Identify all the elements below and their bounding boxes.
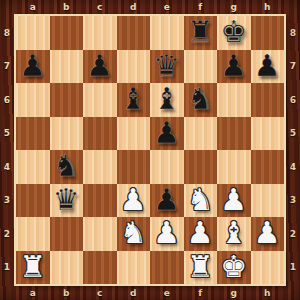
white-bishop[interactable]: ♝: [220, 216, 247, 249]
black-pawn[interactable]: ♟: [153, 183, 180, 216]
file-label-c: c: [83, 0, 117, 14]
square-e2[interactable]: ♟: [150, 217, 184, 251]
square-g7[interactable]: ♟: [217, 50, 251, 84]
square-b8[interactable]: [50, 16, 84, 50]
black-pawn[interactable]: ♟: [86, 49, 113, 82]
black-bishop[interactable]: ♝: [120, 82, 147, 115]
file-label-d: d: [117, 286, 151, 300]
square-h5[interactable]: [251, 117, 285, 151]
black-pawn[interactable]: ♟: [153, 116, 180, 149]
file-label-f: f: [184, 286, 218, 300]
rank-label-4: 4: [286, 150, 300, 184]
file-label-e: e: [150, 286, 184, 300]
file-label-d: d: [117, 0, 151, 14]
square-c3[interactable]: [83, 184, 117, 218]
rank-label-6: 6: [286, 83, 300, 117]
rank-label-3: 3: [0, 184, 14, 218]
square-h8[interactable]: [251, 16, 285, 50]
square-b2[interactable]: [50, 217, 84, 251]
rank-label-1: 1: [0, 251, 14, 285]
square-c2[interactable]: [83, 217, 117, 251]
square-b4[interactable]: ♞: [50, 150, 84, 184]
white-knight[interactable]: ♞: [187, 183, 214, 216]
square-e4[interactable]: [150, 150, 184, 184]
square-c6[interactable]: [83, 83, 117, 117]
white-pawn[interactable]: ♟: [120, 183, 147, 216]
square-f6[interactable]: ♞: [184, 83, 218, 117]
file-label-h: h: [251, 286, 285, 300]
square-a1[interactable]: ♜: [16, 251, 50, 285]
file-label-a: a: [16, 286, 50, 300]
rank-labels-right: 87654321: [286, 16, 300, 284]
square-h3[interactable]: [251, 184, 285, 218]
black-queen[interactable]: ♛: [53, 183, 80, 216]
rank-label-8: 8: [0, 16, 14, 50]
white-pawn[interactable]: ♟: [254, 216, 281, 249]
file-label-e: e: [150, 0, 184, 14]
square-h1[interactable]: [251, 251, 285, 285]
square-e6[interactable]: ♝: [150, 83, 184, 117]
square-f2[interactable]: ♟: [184, 217, 218, 251]
square-f3[interactable]: ♞: [184, 184, 218, 218]
square-g2[interactable]: ♝: [217, 217, 251, 251]
file-label-g: g: [217, 286, 251, 300]
square-f8[interactable]: ♜: [184, 16, 218, 50]
square-a3[interactable]: [16, 184, 50, 218]
square-h2[interactable]: ♟: [251, 217, 285, 251]
square-g5[interactable]: [217, 117, 251, 151]
square-e5[interactable]: ♟: [150, 117, 184, 151]
square-g6[interactable]: [217, 83, 251, 117]
square-c1[interactable]: [83, 251, 117, 285]
rank-label-8: 8: [286, 16, 300, 50]
square-d6[interactable]: ♝: [117, 83, 151, 117]
square-g1[interactable]: ♚: [217, 251, 251, 285]
file-label-g: g: [217, 0, 251, 14]
white-king[interactable]: ♚: [220, 250, 247, 283]
white-pawn[interactable]: ♟: [153, 216, 180, 249]
rank-label-2: 2: [286, 217, 300, 251]
square-g3[interactable]: ♟: [217, 184, 251, 218]
rank-label-7: 7: [286, 50, 300, 84]
file-label-f: f: [184, 0, 218, 14]
square-b3[interactable]: ♛: [50, 184, 84, 218]
white-rook[interactable]: ♜: [187, 250, 214, 283]
rank-label-2: 2: [0, 217, 14, 251]
square-c4[interactable]: [83, 150, 117, 184]
square-e3[interactable]: ♟: [150, 184, 184, 218]
file-label-b: b: [50, 286, 84, 300]
square-h6[interactable]: [251, 83, 285, 117]
square-a2[interactable]: [16, 217, 50, 251]
white-pawn[interactable]: ♟: [187, 216, 214, 249]
rank-label-4: 4: [0, 150, 14, 184]
square-b1[interactable]: [50, 251, 84, 285]
black-rook[interactable]: ♜: [187, 15, 214, 48]
file-label-b: b: [50, 0, 84, 14]
square-h7[interactable]: ♟: [251, 50, 285, 84]
square-a6[interactable]: [16, 83, 50, 117]
square-c7[interactable]: ♟: [83, 50, 117, 84]
rank-label-3: 3: [286, 184, 300, 218]
square-b7[interactable]: [50, 50, 84, 84]
square-e7[interactable]: ♛: [150, 50, 184, 84]
square-f7[interactable]: [184, 50, 218, 84]
square-e1[interactable]: [150, 251, 184, 285]
white-knight[interactable]: ♞: [120, 216, 147, 249]
square-d4[interactable]: [117, 150, 151, 184]
square-b5[interactable]: [50, 117, 84, 151]
square-a7[interactable]: ♟: [16, 50, 50, 84]
black-pawn[interactable]: ♟: [220, 49, 247, 82]
file-label-a: a: [16, 0, 50, 14]
file-label-h: h: [251, 0, 285, 14]
black-bishop[interactable]: ♝: [153, 82, 180, 115]
square-g4[interactable]: [217, 150, 251, 184]
rank-labels-left: 87654321: [0, 16, 14, 284]
black-pawn[interactable]: ♟: [254, 49, 281, 82]
square-f4[interactable]: [184, 150, 218, 184]
square-f1[interactable]: ♜: [184, 251, 218, 285]
black-knight[interactable]: ♞: [53, 149, 80, 182]
rank-label-7: 7: [0, 50, 14, 84]
square-d2[interactable]: ♞: [117, 217, 151, 251]
square-d5[interactable]: [117, 117, 151, 151]
black-king[interactable]: ♚: [220, 15, 247, 48]
file-label-c: c: [83, 286, 117, 300]
file-labels-bottom: abcdefgh: [16, 286, 284, 300]
square-d3[interactable]: ♟: [117, 184, 151, 218]
square-c8[interactable]: [83, 16, 117, 50]
square-d8[interactable]: [117, 16, 151, 50]
square-g8[interactable]: ♚: [217, 16, 251, 50]
square-a8[interactable]: [16, 16, 50, 50]
rank-label-5: 5: [286, 117, 300, 151]
white-pawn[interactable]: ♟: [220, 183, 247, 216]
chess-board: ♜♚♟♟♛♟♟♝♝♞♟♞♛♟♟♞♟♞♟♟♝♟♜♜♚: [14, 14, 286, 286]
rank-label-1: 1: [286, 251, 300, 285]
square-f5[interactable]: [184, 117, 218, 151]
square-h4[interactable]: [251, 150, 285, 184]
square-d1[interactable]: [117, 251, 151, 285]
square-a4[interactable]: [16, 150, 50, 184]
square-e8[interactable]: [150, 16, 184, 50]
white-rook[interactable]: ♜: [19, 250, 46, 283]
square-a5[interactable]: [16, 117, 50, 151]
black-knight[interactable]: ♞: [187, 82, 214, 115]
square-b6[interactable]: [50, 83, 84, 117]
square-c5[interactable]: [83, 117, 117, 151]
square-d7[interactable]: [117, 50, 151, 84]
black-pawn[interactable]: ♟: [19, 49, 46, 82]
chessboard-widget: abcdefgh abcdefgh 87654321 87654321 ♜♚♟♟…: [0, 0, 300, 300]
file-labels-top: abcdefgh: [16, 0, 284, 14]
rank-label-6: 6: [0, 83, 14, 117]
rank-label-5: 5: [0, 117, 14, 151]
black-queen[interactable]: ♛: [153, 49, 180, 82]
